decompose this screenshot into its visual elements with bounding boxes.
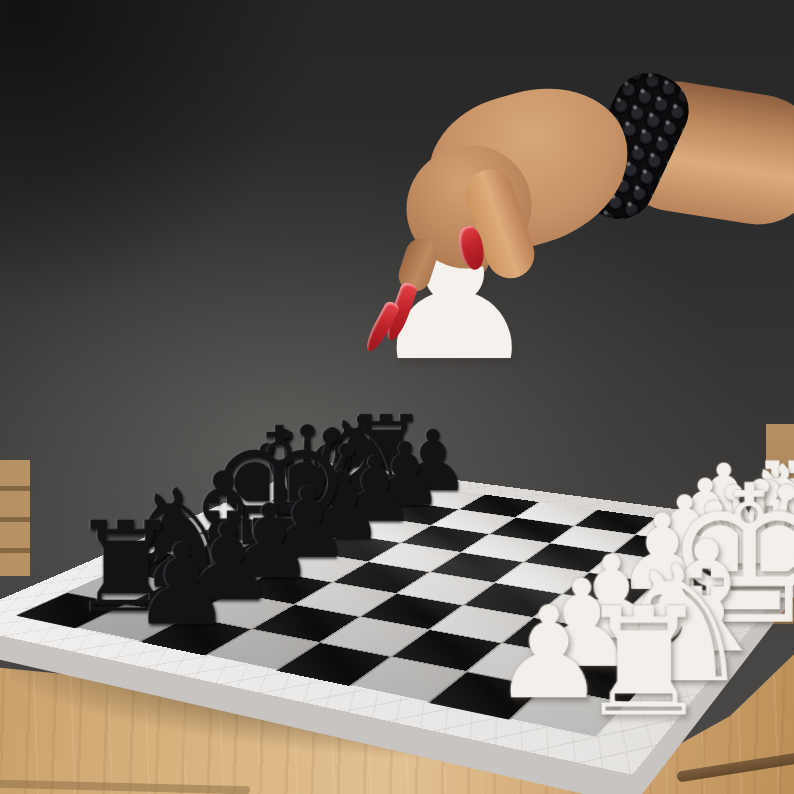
photo-stage: ♜♞♝♚♛♝♞♜♟♟♟♟♟♟♟♟♟♟♟♟♟♟♟♜♞♝♚♛♝♞♜ ♟ — [0, 0, 794, 794]
white-rook: ♜ — [576, 603, 666, 723]
square-d6 — [310, 534, 399, 561]
square-b7: ♟ — [323, 494, 404, 516]
black-knight: ♞ — [313, 413, 372, 502]
square-d5 — [370, 543, 460, 571]
square-b5 — [432, 510, 514, 534]
black-pawn: ♟ — [366, 440, 426, 510]
black-pawn: ♟ — [334, 454, 396, 526]
black-pawn: ♟ — [395, 428, 453, 495]
black-pawn: ♟ — [131, 541, 208, 631]
board-squares: ♜♞♝♚♛♝♞♜♟♟♟♟♟♟♟♟♟♟♟♟♟♟♟♜♞♝♚♛♝♞♜ — [16, 474, 780, 738]
square-b6 — [376, 502, 457, 525]
black-rook: ♜ — [343, 412, 400, 487]
square-a4 — [517, 502, 596, 525]
white-pawn: ♟ — [492, 603, 580, 705]
square-a7: ♟ — [353, 480, 430, 501]
chess-board: ♜♞♝♚♛♝♞♜♟♟♟♟♟♟♟♟♟♟♟♟♟♟♟♜♞♝♚♛♝♞♜ — [0, 462, 794, 775]
square-a6 — [406, 487, 484, 509]
square-c6 — [345, 517, 430, 542]
square-c5 — [402, 526, 488, 552]
square-a5 — [460, 495, 539, 517]
